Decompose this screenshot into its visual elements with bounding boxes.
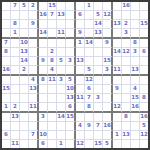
cell-r12c4-given: 11 (29, 103, 39, 113)
cell-r11c2-empty[interactable] (11, 94, 20, 103)
cell-r9c9-empty[interactable] (76, 76, 85, 85)
cell-r14c4-empty[interactable] (29, 122, 39, 131)
cell-r13c5-given: 3 (39, 113, 48, 122)
cell-r4c2-given: 1 (11, 29, 20, 39)
cell-r12c1-given: 1 (2, 103, 11, 113)
cell-r3c6-empty[interactable] (48, 20, 57, 29)
cell-r15c12-empty[interactable] (103, 131, 113, 140)
cell-r7c5-given: 9 (39, 57, 48, 66)
cell-r6c7-empty[interactable] (57, 48, 66, 57)
cell-r16c6-empty[interactable] (48, 140, 57, 148)
cell-r7c3-given: 14 (20, 57, 29, 66)
cell-r11c9-given: 11 (76, 94, 85, 103)
cell-r8c2-empty[interactable] (11, 66, 20, 76)
cell-r13c8-given: 15 (66, 113, 76, 122)
cell-r10c13-given: 9 (113, 85, 122, 94)
cell-r13c4-empty[interactable] (29, 113, 39, 122)
cell-r10c7-empty[interactable] (57, 85, 66, 94)
cell-r2c3-empty[interactable] (20, 11, 29, 20)
cell-r14c15-empty[interactable] (131, 122, 140, 131)
cell-r11c16-given: 8 (140, 94, 148, 103)
cell-r1c13-empty[interactable] (113, 2, 122, 11)
cell-r5c6-empty[interactable] (48, 39, 57, 48)
cell-r4c10-empty[interactable] (85, 29, 94, 39)
cell-r5c8-empty[interactable] (66, 39, 76, 48)
cell-r8c1-given: 16 (2, 66, 11, 76)
cell-r16c8-empty[interactable] (66, 140, 76, 148)
cell-r5c7-empty[interactable] (57, 39, 66, 48)
cell-r16c13-empty[interactable] (113, 140, 122, 148)
cell-r7c6-given: 8 (48, 57, 57, 66)
cell-r16c4-empty[interactable] (29, 140, 39, 148)
cell-r16c3-empty[interactable] (20, 140, 29, 148)
cell-r15c6-empty[interactable] (48, 131, 57, 140)
cell-r12c16-empty[interactable] (140, 103, 148, 113)
cell-r1c1-empty[interactable] (2, 2, 11, 11)
cell-r10c3-empty[interactable] (20, 85, 29, 94)
cell-r8c16-empty[interactable] (140, 66, 148, 76)
cell-r4c3-empty[interactable] (20, 29, 29, 39)
cell-r11c14-empty[interactable] (122, 94, 131, 103)
cell-r10c14-empty[interactable] (122, 85, 131, 94)
cell-r7c11-empty[interactable] (94, 57, 103, 66)
cell-r3c8-empty[interactable] (66, 20, 76, 29)
cell-r3c1-empty[interactable] (2, 20, 11, 29)
cell-r4c9-given: 9 (76, 29, 85, 39)
cell-r4c14-given: 3 (122, 29, 131, 39)
cell-r8c7-empty[interactable] (57, 66, 66, 76)
cell-r8c12-given: 3 (103, 66, 113, 76)
cell-r1c8-empty[interactable] (66, 2, 76, 11)
cell-r6c16-given: 6 (140, 48, 148, 57)
cell-r8c15-given: 13 (131, 66, 140, 76)
cell-r6c9-empty[interactable] (76, 48, 85, 57)
cell-r10c8-given: 10 (66, 85, 76, 94)
cell-r15c8-empty[interactable] (66, 131, 76, 140)
cell-r14c5-empty[interactable] (39, 122, 48, 131)
cell-r3c7-empty[interactable] (57, 20, 66, 29)
cell-r11c11-given: 3 (94, 94, 103, 103)
cell-r13c14-given: 8 (122, 113, 131, 122)
cell-r14c8-empty[interactable] (66, 122, 76, 131)
cell-r12c7-empty[interactable] (57, 103, 66, 113)
cell-r15c9-empty[interactable] (76, 131, 85, 140)
cell-r2c10-empty[interactable] (85, 11, 94, 20)
cell-r5c4-empty[interactable] (29, 39, 39, 48)
cell-r9c8-given: 5 (66, 76, 76, 85)
cell-r6c10-empty[interactable] (85, 48, 94, 57)
cell-r14c7-empty[interactable] (57, 122, 66, 131)
cell-r8c8-empty[interactable] (66, 66, 76, 76)
cell-r3c13-given: 13 (113, 20, 122, 29)
cell-r13c1-empty[interactable] (2, 113, 11, 122)
cell-r3c2-given: 8 (11, 20, 20, 29)
cell-r4c4-empty[interactable] (29, 29, 39, 39)
cell-r9c2-empty[interactable] (11, 76, 20, 85)
cell-r16c7-given: 1 (57, 140, 66, 148)
cell-r10c15-given: 4 (131, 85, 140, 94)
cell-r15c13-given: 1 (113, 131, 122, 140)
cell-r14c6-empty[interactable] (48, 122, 57, 131)
cell-r4c6-empty[interactable] (48, 29, 57, 39)
cell-r13c12-empty[interactable] (103, 113, 113, 122)
cell-r16c1-empty[interactable] (2, 140, 11, 148)
cell-r15c4-given: 7 (29, 131, 39, 140)
cell-r6c2-empty[interactable] (11, 48, 20, 57)
cell-r7c9-given: 13 (76, 57, 85, 66)
cell-r9c11-empty[interactable] (94, 76, 103, 85)
cell-r2c6-given: 7 (48, 11, 57, 20)
cell-r1c5-empty[interactable] (39, 2, 48, 11)
cell-r9c7-given: 3 (57, 76, 66, 85)
sudoku-board-frame: 7521511616713651289141321511411913371011… (0, 0, 150, 150)
cell-r7c7-given: 5 (57, 57, 66, 66)
cell-r2c8-empty[interactable] (66, 11, 76, 20)
cell-r11c15-given: 15 (131, 94, 140, 103)
cell-r9c4-given: 4 (29, 76, 39, 85)
cell-r12c14-empty[interactable] (122, 103, 131, 113)
cell-r14c13-empty[interactable] (113, 122, 122, 131)
cell-r5c16-empty[interactable] (140, 39, 148, 48)
cell-r3c10-empty[interactable] (85, 20, 94, 29)
cell-r14c3-empty[interactable] (20, 122, 29, 131)
cell-r9c14-empty[interactable] (122, 76, 131, 85)
cell-r3c12-empty[interactable] (103, 20, 113, 29)
cell-r16c2-given: 11 (11, 140, 20, 148)
cell-r6c6-given: 2 (48, 48, 57, 57)
cell-r7c13-empty[interactable] (113, 57, 122, 66)
cell-r9c6-given: 11 (48, 76, 57, 85)
cell-r11c6-empty[interactable] (48, 94, 57, 103)
cell-r2c11-given: 5 (94, 11, 103, 20)
cell-r1c3-given: 5 (20, 2, 29, 11)
cell-r8c10-given: 5 (85, 66, 94, 76)
cell-r9c1-empty[interactable] (2, 76, 11, 85)
cell-r12c11-empty[interactable] (94, 103, 103, 113)
cell-r4c12-empty[interactable] (103, 29, 113, 39)
cell-r2c14-empty[interactable] (122, 11, 131, 20)
cell-r15c5-given: 10 (39, 131, 48, 140)
cell-r12c15-given: 16 (131, 103, 140, 113)
cell-r14c2-empty[interactable] (11, 122, 20, 131)
cell-r2c9-given: 6 (76, 11, 85, 20)
cell-r2c2-empty[interactable] (11, 11, 20, 20)
cell-r12c3-empty[interactable] (20, 103, 29, 113)
cell-r13c7-given: 14 (57, 113, 66, 122)
cell-r14c11-given: 7 (94, 122, 103, 131)
cell-r6c14-given: 12 (122, 48, 131, 57)
cell-r12c6-empty[interactable] (48, 103, 57, 113)
cell-r5c3-given: 10 (20, 39, 29, 48)
cell-r9c13-empty[interactable] (113, 76, 122, 85)
cell-r10c2-empty[interactable] (11, 85, 20, 94)
cell-r13c11-empty[interactable] (94, 113, 103, 122)
cell-r2c4-empty[interactable] (29, 11, 39, 20)
cell-r8c3-given: 2 (20, 66, 29, 76)
cell-r15c2-empty[interactable] (11, 131, 20, 140)
cell-r16c14-empty[interactable] (122, 140, 131, 148)
cell-r6c3-given: 13 (20, 48, 29, 57)
cell-r7c15-empty[interactable] (131, 57, 140, 66)
cell-r13c9-empty[interactable] (76, 113, 85, 122)
cell-r3c15-empty[interactable] (131, 20, 140, 29)
cell-r16c10-empty[interactable] (85, 140, 94, 148)
cell-r6c13-given: 14 (113, 48, 122, 57)
cell-r2c16-empty[interactable] (140, 11, 148, 20)
cell-r9c10-given: 12 (85, 76, 94, 85)
cell-r4c1-empty[interactable] (2, 29, 11, 39)
cell-r13c16-given: 16 (140, 113, 148, 122)
cell-r13c2-given: 13 (11, 113, 20, 122)
cell-r12c12-empty[interactable] (103, 103, 113, 113)
cell-r1c14-given: 16 (122, 2, 131, 11)
cell-r11c7-empty[interactable] (57, 94, 66, 103)
cell-r3c11-given: 14 (94, 20, 103, 29)
cell-r5c5-empty[interactable] (39, 39, 48, 48)
cell-r1c9-empty[interactable] (76, 2, 85, 11)
cell-r12c10-given: 8 (85, 103, 94, 113)
cell-r6c8-empty[interactable] (66, 48, 76, 57)
cell-r16c11-given: 15 (94, 140, 103, 148)
cell-r11c3-empty[interactable] (20, 94, 29, 103)
cell-r4c5-given: 14 (39, 29, 48, 39)
cell-r16c12-given: 5 (103, 140, 113, 148)
cell-r7c1-empty[interactable] (2, 57, 11, 66)
cell-r16c9-given: 12 (76, 140, 85, 148)
cell-r3c16-given: 15 (140, 20, 148, 29)
cell-r1c11-empty[interactable] (94, 2, 103, 11)
sudoku-board: 7521511616713651289141321511411913371011… (2, 2, 148, 148)
cell-r11c5-empty[interactable] (39, 94, 48, 103)
cell-r6c1-given: 8 (2, 48, 11, 57)
cell-r2c7-given: 13 (57, 11, 66, 20)
cell-r1c10-given: 1 (85, 2, 94, 11)
cell-r6c12-empty[interactable] (103, 48, 113, 57)
cell-r16c5-given: 6 (39, 140, 48, 148)
cell-r10c6-empty[interactable] (48, 85, 57, 94)
cell-r4c16-empty[interactable] (140, 29, 148, 39)
cell-r10c9-empty[interactable] (76, 85, 85, 94)
cell-r14c10-given: 9 (85, 122, 94, 131)
cell-r6c4-empty[interactable] (29, 48, 39, 57)
cell-r7c14-empty[interactable] (122, 57, 131, 66)
cell-r5c12-given: 9 (103, 39, 113, 48)
cell-r7c4-empty[interactable] (29, 57, 39, 66)
cell-r4c7-given: 11 (57, 29, 66, 39)
cell-r12c5-empty[interactable] (39, 103, 48, 113)
cell-r11c8-given: 13 (66, 94, 76, 103)
cell-r11c10-given: 7 (85, 94, 94, 103)
cell-r3c4-given: 9 (29, 20, 39, 29)
cell-r7c2-empty[interactable] (11, 57, 20, 66)
cell-r16c16-empty[interactable] (140, 140, 148, 148)
cell-r9c3-empty[interactable] (20, 76, 29, 85)
cell-r3c5-empty[interactable] (39, 20, 48, 29)
cell-r8c5-empty[interactable] (39, 66, 48, 76)
cell-r5c2-empty[interactable] (11, 39, 20, 48)
cell-r14c14-empty[interactable] (122, 122, 131, 131)
cell-r8c11-empty[interactable] (94, 66, 103, 76)
cell-r2c13-empty[interactable] (113, 11, 122, 20)
cell-r13c3-empty[interactable] (20, 113, 29, 122)
cell-r15c3-empty[interactable] (20, 131, 29, 140)
cell-r10c10-given: 6 (85, 85, 94, 94)
cell-r15c11-empty[interactable] (94, 131, 103, 140)
cell-r13c15-empty[interactable] (131, 113, 140, 122)
cell-r15c14-given: 13 (122, 131, 131, 140)
cell-r10c1-given: 15 (2, 85, 11, 94)
cell-r12c2-given: 2 (11, 103, 20, 113)
cell-r5c15-given: 8 (131, 39, 140, 48)
cell-r11c12-empty[interactable] (103, 94, 113, 103)
cell-r11c1-empty[interactable] (2, 94, 11, 103)
cell-r7c12-given: 15 (103, 57, 113, 66)
cell-r2c12-given: 12 (103, 11, 113, 20)
cell-r15c10-empty[interactable] (85, 131, 94, 140)
cell-r12c8-given: 6 (66, 103, 76, 113)
cell-r8c6-given: 4 (48, 66, 57, 76)
cell-r3c3-empty[interactable] (20, 20, 29, 29)
cell-r5c11-empty[interactable] (94, 39, 103, 48)
cell-r10c5-empty[interactable] (39, 85, 48, 94)
cell-r7c10-empty[interactable] (85, 57, 94, 66)
cell-r6c15-given: 3 (131, 48, 140, 57)
cell-r1c6-given: 15 (48, 2, 57, 11)
cell-r5c1-given: 7 (2, 39, 11, 48)
cell-r9c12-empty[interactable] (103, 76, 113, 85)
cell-r6c5-empty[interactable] (39, 48, 48, 57)
cell-r9c5-given: 8 (39, 76, 48, 85)
cell-r13c13-empty[interactable] (113, 113, 122, 122)
cell-r15c15-empty[interactable] (131, 131, 140, 140)
cell-r6c11-empty[interactable] (94, 48, 103, 57)
cell-r5c10-given: 14 (85, 39, 94, 48)
cell-r14c12-given: 16 (103, 122, 113, 131)
cell-r3c14-given: 2 (122, 20, 131, 29)
cell-r4c11-given: 13 (94, 29, 103, 39)
cell-r1c2-given: 7 (11, 2, 20, 11)
cell-r5c14-empty[interactable] (122, 39, 131, 48)
cell-r5c13-empty[interactable] (113, 39, 122, 48)
cell-r4c8-empty[interactable] (66, 29, 76, 39)
cell-r4c13-empty[interactable] (113, 29, 122, 39)
cell-r1c12-empty[interactable] (103, 2, 113, 11)
cell-r11c13-empty[interactable] (113, 94, 122, 103)
cell-r10c12-empty[interactable] (103, 85, 113, 94)
cell-r14c16-given: 5 (140, 122, 148, 131)
cell-r8c13-given: 11 (113, 66, 122, 76)
cell-r7c16-empty[interactable] (140, 57, 148, 66)
cell-r2c5-given: 16 (39, 11, 48, 20)
cell-r4c15-empty[interactable] (131, 29, 140, 39)
cell-r14c9-given: 4 (76, 122, 85, 131)
cell-r10c16-empty[interactable] (140, 85, 148, 94)
cell-r11c4-empty[interactable] (29, 94, 39, 103)
cell-r12c13-given: 12 (113, 103, 122, 113)
cell-r8c14-empty[interactable] (122, 66, 131, 76)
cell-r9c16-empty[interactable] (140, 76, 148, 85)
cell-r15c16-given: 12 (140, 131, 148, 140)
cell-r8c4-empty[interactable] (29, 66, 39, 76)
cell-r1c16-empty[interactable] (140, 2, 148, 11)
cell-r13c6-empty[interactable] (48, 113, 57, 122)
cell-r10c4-given: 13 (29, 85, 39, 94)
cell-r2c1-empty[interactable] (2, 11, 11, 20)
cell-r1c4-given: 2 (29, 2, 39, 11)
cell-r1c7-empty[interactable] (57, 2, 66, 11)
cell-r5c9-given: 1 (76, 39, 85, 48)
cell-r8c9-empty[interactable] (76, 66, 85, 76)
cell-r15c7-empty[interactable] (57, 131, 66, 140)
cell-r15c1-given: 6 (2, 131, 11, 140)
cell-r16c15-empty[interactable] (131, 140, 140, 148)
cell-r1c15-empty[interactable] (131, 2, 140, 11)
cell-r2c15-empty[interactable] (131, 11, 140, 20)
cell-r3c9-empty[interactable] (76, 20, 85, 29)
cell-r12c9-empty[interactable] (76, 103, 85, 113)
cell-r14c1-empty[interactable] (2, 122, 11, 131)
cell-r10c11-empty[interactable] (94, 85, 103, 94)
cell-r13c10-empty[interactable] (85, 113, 94, 122)
cell-r9c15-empty[interactable] (131, 76, 140, 85)
cell-r7c8-given: 3 (66, 57, 76, 66)
